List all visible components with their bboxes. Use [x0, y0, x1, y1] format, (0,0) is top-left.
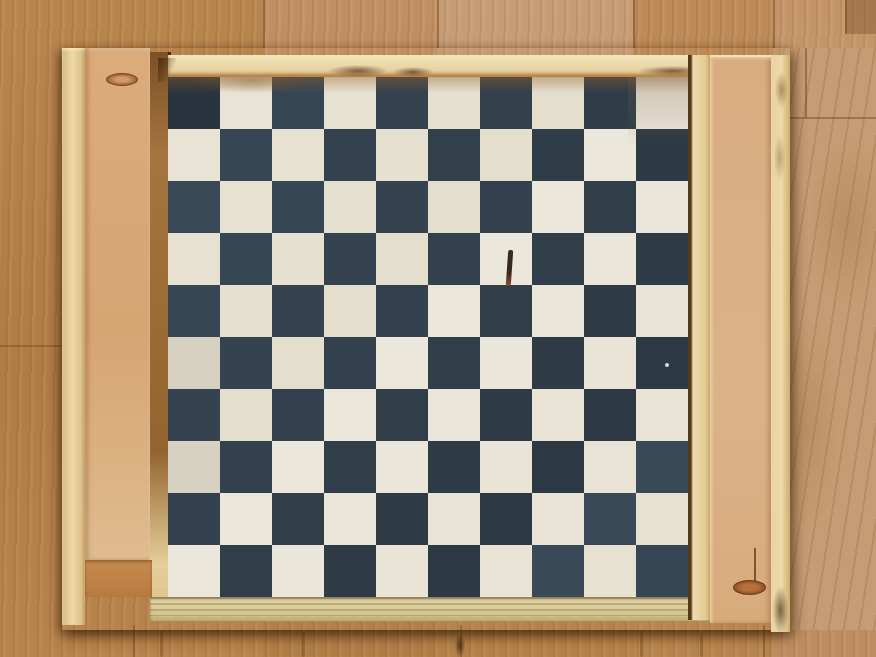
left-outer-rail [62, 48, 85, 625]
square-c8[interactable] [272, 181, 324, 233]
square-f2[interactable] [428, 493, 480, 545]
left-end-block [85, 560, 152, 597]
floor-grain-streak [302, 632, 305, 657]
floor-knot [455, 634, 465, 657]
square-e3[interactable] [376, 441, 428, 493]
square-c6[interactable] [272, 285, 324, 337]
square-e7[interactable] [376, 233, 428, 285]
photo-scene [0, 0, 876, 657]
square-c5[interactable] [272, 337, 324, 389]
floor-joint [0, 345, 62, 347]
square-b8[interactable] [220, 181, 272, 233]
square-e6[interactable] [376, 285, 428, 337]
square-c3[interactable] [272, 441, 324, 493]
square-f5[interactable] [428, 337, 480, 389]
floor-joint [773, 0, 775, 48]
square-h8[interactable] [532, 181, 584, 233]
square-g2[interactable] [480, 493, 532, 545]
square-j6[interactable] [636, 285, 688, 337]
square-e8[interactable] [376, 181, 428, 233]
square-i5[interactable] [584, 337, 636, 389]
floor-grain-streak [640, 630, 643, 657]
square-f1[interactable] [428, 545, 480, 597]
square-j7[interactable] [636, 233, 688, 285]
square-h7[interactable] [532, 233, 584, 285]
square-h9[interactable] [532, 129, 584, 181]
square-b2[interactable] [220, 493, 272, 545]
square-b5[interactable] [220, 337, 272, 389]
board-stain [168, 337, 220, 389]
square-c2[interactable] [272, 493, 324, 545]
square-i6[interactable] [584, 285, 636, 337]
square-c1[interactable] [272, 545, 324, 597]
square-a1[interactable] [168, 545, 220, 597]
game-box [62, 48, 790, 630]
square-e4[interactable] [376, 389, 428, 441]
square-g1[interactable] [480, 545, 532, 597]
rail-stain [328, 65, 388, 77]
floor-plank [845, 0, 876, 34]
floor-joint [805, 48, 807, 118]
square-i3[interactable] [584, 441, 636, 493]
square-d4[interactable] [324, 389, 376, 441]
wood-crack [754, 548, 756, 582]
board-grid [168, 77, 688, 597]
rail-stain [771, 578, 790, 632]
square-h3[interactable] [532, 441, 584, 493]
square-f4[interactable] [428, 389, 480, 441]
board-stain [168, 441, 220, 493]
floor-grain-streak [700, 633, 703, 657]
square-i4[interactable] [584, 389, 636, 441]
floor-joint [437, 0, 439, 48]
square-d2[interactable] [324, 493, 376, 545]
square-h2[interactable] [532, 493, 584, 545]
square-g3[interactable] [480, 441, 532, 493]
floor-joint [633, 0, 635, 48]
square-g5[interactable] [480, 337, 532, 389]
board-stain [192, 77, 342, 111]
square-b9[interactable] [220, 129, 272, 181]
square-a7[interactable] [168, 233, 220, 285]
board-speck [665, 363, 669, 367]
square-a2[interactable] [168, 493, 220, 545]
square-g6[interactable] [480, 285, 532, 337]
square-e5[interactable] [376, 337, 428, 389]
square-f9[interactable] [428, 129, 480, 181]
square-g8[interactable] [480, 181, 532, 233]
rail-stain [771, 60, 790, 210]
square-g9[interactable] [480, 129, 532, 181]
right-slide-panel [710, 57, 771, 623]
square-d6[interactable] [324, 285, 376, 337]
square-b6[interactable] [220, 285, 272, 337]
floor-joint [790, 117, 876, 119]
square-c4[interactable] [272, 389, 324, 441]
square-b1[interactable] [220, 545, 272, 597]
square-h6[interactable] [532, 285, 584, 337]
square-j2[interactable] [636, 493, 688, 545]
square-f7[interactable] [428, 233, 480, 285]
square-j4[interactable] [636, 389, 688, 441]
square-h1[interactable] [532, 545, 584, 597]
square-g4[interactable] [480, 389, 532, 441]
square-e9[interactable] [376, 129, 428, 181]
floor-grain-streak [160, 630, 163, 657]
square-j5[interactable] [636, 337, 688, 389]
square-f8[interactable] [428, 181, 480, 233]
square-d5[interactable] [324, 337, 376, 389]
square-f3[interactable] [428, 441, 480, 493]
square-b3[interactable] [220, 441, 272, 493]
square-a9[interactable] [168, 129, 220, 181]
square-c7[interactable] [272, 233, 324, 285]
floor-plank-marbled [783, 48, 876, 630]
square-i7[interactable] [584, 233, 636, 285]
square-h4[interactable] [532, 389, 584, 441]
right-inner-rail [688, 55, 710, 620]
square-j1[interactable] [636, 545, 688, 597]
square-e1[interactable] [376, 545, 428, 597]
wood-dowel-right [733, 580, 766, 595]
square-h5[interactable] [532, 337, 584, 389]
square-e2[interactable] [376, 493, 428, 545]
board-stain [628, 77, 688, 147]
square-d7[interactable] [324, 233, 376, 285]
square-j8[interactable] [636, 181, 688, 233]
square-d1[interactable] [324, 545, 376, 597]
square-j3[interactable] [636, 441, 688, 493]
square-a4[interactable] [168, 389, 220, 441]
square-d3[interactable] [324, 441, 376, 493]
square-d9[interactable] [324, 129, 376, 181]
square-b4[interactable] [220, 389, 272, 441]
checkers-board [168, 77, 688, 597]
rail-stain [393, 67, 433, 77]
floor-joint [845, 0, 847, 34]
square-i8[interactable] [584, 181, 636, 233]
square-i2[interactable] [584, 493, 636, 545]
bottom-rail [150, 597, 710, 622]
square-i1[interactable] [584, 545, 636, 597]
square-b7[interactable] [220, 233, 272, 285]
square-c9[interactable] [272, 129, 324, 181]
square-a6[interactable] [168, 285, 220, 337]
square-d8[interactable] [324, 181, 376, 233]
square-f6[interactable] [428, 285, 480, 337]
left-slide-panel [85, 48, 150, 560]
wood-dowel-left [106, 73, 138, 86]
square-a8[interactable] [168, 181, 220, 233]
floor-joint [263, 0, 265, 48]
